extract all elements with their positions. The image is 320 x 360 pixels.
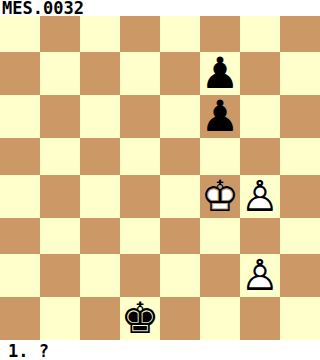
square-d7[interactable] <box>120 52 160 95</box>
square-h1[interactable] <box>280 297 320 340</box>
square-d1[interactable]: ♚ <box>120 297 160 340</box>
square-h2[interactable] <box>280 254 320 297</box>
square-c3[interactable] <box>80 218 120 254</box>
square-f1[interactable] <box>200 297 240 340</box>
square-h6[interactable] <box>280 95 320 138</box>
square-a7[interactable] <box>0 52 40 95</box>
square-f2[interactable] <box>200 254 240 297</box>
square-h5[interactable] <box>280 138 320 174</box>
square-f4[interactable]: ♚♔ <box>200 175 240 218</box>
square-g5[interactable] <box>240 138 280 174</box>
square-h8[interactable] <box>280 16 320 52</box>
white-pawn-outline-glyph: ♙ <box>241 254 280 297</box>
chess-diagram: MES.0032 ♟♟♚♔♟♙♟♙♚ 1. ? <box>0 0 320 360</box>
square-a1[interactable] <box>0 297 40 340</box>
square-b8[interactable] <box>40 16 80 52</box>
square-a2[interactable] <box>0 254 40 297</box>
square-e2[interactable] <box>160 254 200 297</box>
square-d4[interactable] <box>120 175 160 218</box>
square-g4[interactable]: ♟♙ <box>240 175 280 218</box>
square-f8[interactable] <box>200 16 240 52</box>
square-c1[interactable] <box>80 297 120 340</box>
square-a3[interactable] <box>0 218 40 254</box>
square-b5[interactable] <box>40 138 80 174</box>
square-f5[interactable] <box>200 138 240 174</box>
square-g1[interactable] <box>240 297 280 340</box>
square-a6[interactable] <box>0 95 40 138</box>
square-h4[interactable] <box>280 175 320 218</box>
square-e8[interactable] <box>160 16 200 52</box>
square-a5[interactable] <box>0 138 40 174</box>
square-h3[interactable] <box>280 218 320 254</box>
move-prompt: 1. ? <box>8 343 49 359</box>
square-c5[interactable] <box>80 138 120 174</box>
square-b1[interactable] <box>40 297 80 340</box>
square-f6[interactable]: ♟ <box>200 95 240 138</box>
square-g3[interactable] <box>240 218 280 254</box>
white-pawn[interactable]: ♟♙ <box>241 254 280 297</box>
square-b7[interactable] <box>40 52 80 95</box>
square-c2[interactable] <box>80 254 120 297</box>
square-c6[interactable] <box>80 95 120 138</box>
square-h7[interactable] <box>280 52 320 95</box>
square-b2[interactable] <box>40 254 80 297</box>
square-f3[interactable] <box>200 218 240 254</box>
square-e3[interactable] <box>160 218 200 254</box>
puzzle-id: MES.0032 <box>2 0 84 16</box>
square-e4[interactable] <box>160 175 200 218</box>
square-b3[interactable] <box>40 218 80 254</box>
white-king-outline-glyph: ♔ <box>201 175 240 218</box>
black-pawn[interactable]: ♟ <box>201 52 240 95</box>
square-d3[interactable] <box>120 218 160 254</box>
square-d5[interactable] <box>120 138 160 174</box>
square-g8[interactable] <box>240 16 280 52</box>
square-e6[interactable] <box>160 95 200 138</box>
chess-board: ♟♟♚♔♟♙♟♙♚ <box>0 16 320 340</box>
square-f7[interactable]: ♟ <box>200 52 240 95</box>
square-a8[interactable] <box>0 16 40 52</box>
square-d2[interactable] <box>120 254 160 297</box>
square-e1[interactable] <box>160 297 200 340</box>
white-pawn-outline-glyph: ♙ <box>241 175 280 218</box>
square-c4[interactable] <box>80 175 120 218</box>
square-e7[interactable] <box>160 52 200 95</box>
square-d6[interactable] <box>120 95 160 138</box>
black-pawn[interactable]: ♟ <box>201 95 240 138</box>
white-king[interactable]: ♚♔ <box>201 175 240 218</box>
square-b4[interactable] <box>40 175 80 218</box>
white-pawn[interactable]: ♟♙ <box>241 175 280 218</box>
square-b6[interactable] <box>40 95 80 138</box>
square-c7[interactable] <box>80 52 120 95</box>
square-e5[interactable] <box>160 138 200 174</box>
square-a4[interactable] <box>0 175 40 218</box>
black-king[interactable]: ♚ <box>121 297 160 340</box>
square-g2[interactable]: ♟♙ <box>240 254 280 297</box>
square-g7[interactable] <box>240 52 280 95</box>
square-c8[interactable] <box>80 16 120 52</box>
square-g6[interactable] <box>240 95 280 138</box>
square-d8[interactable] <box>120 16 160 52</box>
